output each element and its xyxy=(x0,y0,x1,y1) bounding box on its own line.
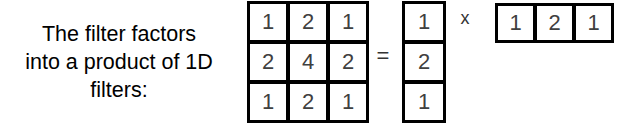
row-vector-1d-filter: 1 2 1 xyxy=(495,3,614,43)
matrix-cell-r3c1: 1 xyxy=(248,82,288,122)
matrix-cell-r1c1: 1 xyxy=(248,2,288,42)
matrix-cell-r1c2: 2 xyxy=(288,2,328,42)
caption-text: The filter factors into a product of 1D … xyxy=(0,20,238,104)
matrix-cell-r2c1: 2 xyxy=(248,42,288,82)
rowvec-cell-c3: 1 xyxy=(574,4,613,42)
rowvec-cell-c1: 1 xyxy=(496,4,535,42)
multiplication-sign: x xyxy=(455,7,475,29)
filter-matrix-3x3: 1 2 1 2 4 2 1 2 1 xyxy=(247,1,369,123)
matrix-cell-r2c3: 2 xyxy=(328,42,368,82)
colvec-cell-r3: 1 xyxy=(403,82,445,122)
equals-sign: = xyxy=(371,44,395,68)
matrix-cell-r2c2: 4 xyxy=(288,42,328,82)
matrix-cell-r3c2: 2 xyxy=(288,82,328,122)
colvec-cell-r2: 2 xyxy=(403,42,445,82)
matrix-cell-r1c3: 1 xyxy=(328,2,368,42)
matrix-cell-r3c3: 1 xyxy=(328,82,368,122)
caption-line-1: The filter factors xyxy=(0,20,238,48)
column-vector-1d-filter: 1 2 1 xyxy=(402,1,446,123)
colvec-cell-r1: 1 xyxy=(403,2,445,42)
slide-diagram: The filter factors into a product of 1D … xyxy=(0,0,619,128)
caption-line-2: into a product of 1D xyxy=(0,48,238,76)
caption-line-3: filters: xyxy=(0,76,238,104)
rowvec-cell-c2: 2 xyxy=(535,4,574,42)
